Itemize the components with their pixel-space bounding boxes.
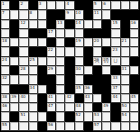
white-cell[interactable] [19, 122, 28, 131]
clue-number: 16 [131, 20, 136, 25]
black-cell [111, 112, 120, 121]
white-cell[interactable] [1, 85, 10, 94]
white-cell[interactable]: 35 [75, 85, 84, 94]
black-cell [29, 1, 38, 10]
white-cell[interactable] [10, 38, 19, 47]
black-cell [65, 85, 74, 94]
white-cell[interactable] [111, 38, 120, 47]
black-cell [102, 94, 111, 103]
clue-number: 1 [2, 1, 5, 6]
clue-number: 31 [122, 66, 127, 71]
clue-number: 28 [20, 66, 25, 71]
white-cell[interactable]: 12 [19, 20, 28, 29]
white-cell[interactable] [10, 57, 19, 66]
black-cell [111, 66, 120, 75]
crossword-grid: 1234567891011121314151617181920212223242… [0, 0, 140, 132]
clue-number: 19 [76, 38, 81, 43]
white-cell[interactable] [84, 112, 93, 121]
clue-number: 30 [76, 66, 81, 71]
black-cell [29, 47, 38, 56]
black-cell [47, 75, 56, 84]
white-cell[interactable]: 51 [19, 112, 28, 121]
black-cell [75, 1, 84, 10]
white-cell[interactable]: 10 [75, 10, 84, 19]
white-cell[interactable] [29, 103, 38, 112]
clue-number: 53 [94, 112, 99, 117]
black-cell [38, 29, 47, 38]
black-cell [102, 75, 111, 84]
white-cell[interactable] [38, 38, 47, 47]
black-cell [65, 38, 74, 47]
white-cell[interactable]: U [111, 57, 120, 66]
clue-number: 11 [94, 10, 99, 15]
white-cell[interactable] [19, 38, 28, 47]
pencil-letter: W [102, 57, 110, 65]
white-cell[interactable] [102, 122, 111, 131]
white-cell[interactable]: 25 [29, 57, 38, 66]
pencil-letter: U [111, 57, 119, 65]
clue-number: 35 [76, 85, 81, 90]
white-cell[interactable] [102, 38, 111, 47]
black-cell [84, 47, 93, 56]
white-cell[interactable] [56, 94, 65, 103]
clue-number: 56 [48, 122, 53, 127]
white-cell[interactable]: 7 [1, 10, 10, 19]
clue-number: 36 [85, 85, 90, 90]
clue-number: 52 [76, 112, 81, 117]
white-cell[interactable] [65, 29, 74, 38]
white-cell[interactable]: 48 [75, 103, 84, 112]
black-cell [65, 20, 74, 29]
white-cell[interactable] [38, 85, 47, 94]
white-cell[interactable] [111, 1, 120, 10]
white-cell[interactable]: 44 [111, 94, 120, 103]
clue-number: 33 [112, 75, 117, 80]
clue-number: 10 [76, 10, 81, 15]
white-cell[interactable]: 5 [93, 1, 102, 10]
white-cell[interactable] [75, 75, 84, 84]
black-cell [93, 29, 102, 38]
white-cell[interactable] [56, 122, 65, 131]
white-cell[interactable] [130, 1, 139, 10]
black-cell [38, 103, 47, 112]
white-cell[interactable]: 55 [1, 122, 10, 131]
black-cell [47, 85, 56, 94]
white-cell[interactable] [38, 112, 47, 121]
clue-number: 4 [66, 1, 69, 6]
white-cell[interactable]: 45 [130, 94, 139, 103]
white-cell[interactable]: 16 [130, 20, 139, 29]
white-cell[interactable]: 3 [38, 1, 47, 10]
black-cell [38, 94, 47, 103]
white-cell[interactable] [130, 29, 139, 38]
black-cell [121, 10, 130, 19]
white-cell[interactable] [10, 103, 19, 112]
white-cell[interactable] [130, 112, 139, 121]
white-cell[interactable]: 33 [111, 75, 120, 84]
clue-number: 12 [20, 20, 25, 25]
white-cell[interactable] [56, 57, 65, 66]
white-cell[interactable] [19, 10, 28, 19]
clue-number: 57 [94, 122, 99, 127]
white-cell[interactable]: 29 [47, 66, 56, 75]
black-cell [130, 57, 139, 66]
white-cell[interactable]: 24 [1, 57, 10, 66]
white-cell[interactable] [29, 94, 38, 103]
white-cell[interactable] [84, 66, 93, 75]
black-cell [47, 10, 56, 19]
black-cell [38, 66, 47, 75]
white-cell[interactable] [121, 47, 130, 56]
black-cell [47, 112, 56, 121]
white-cell[interactable]: 19 [75, 38, 84, 47]
white-cell[interactable] [29, 66, 38, 75]
white-cell[interactable] [65, 47, 74, 56]
clue-number: 55 [2, 122, 7, 127]
black-cell [130, 85, 139, 94]
clue-number: 18 [2, 38, 7, 43]
black-cell [38, 75, 47, 84]
black-cell [65, 66, 74, 75]
white-cell[interactable]: 54 [121, 112, 130, 121]
white-cell[interactable] [10, 75, 19, 84]
white-cell[interactable]: 37 [111, 85, 120, 94]
white-cell[interactable]: 38 [1, 94, 10, 103]
white-cell[interactable]: 42 [65, 94, 74, 103]
white-cell[interactable]: 52 [75, 112, 84, 121]
clue-number: 34 [30, 85, 35, 90]
white-cell[interactable] [75, 47, 84, 56]
clue-number: 24 [2, 57, 7, 62]
white-cell[interactable] [56, 103, 65, 112]
black-cell [65, 75, 74, 84]
white-cell[interactable]: 22 [47, 47, 56, 56]
black-cell [84, 10, 93, 19]
black-cell [93, 75, 102, 84]
white-cell[interactable] [102, 112, 111, 121]
white-cell[interactable]: 32 [1, 75, 10, 84]
white-cell[interactable] [47, 1, 56, 10]
white-cell[interactable] [121, 75, 130, 84]
white-cell[interactable]: 47 [47, 103, 56, 112]
black-cell [130, 10, 139, 19]
clue-number: 47 [48, 103, 53, 108]
white-cell[interactable] [47, 57, 56, 66]
white-cell[interactable] [56, 29, 65, 38]
white-cell[interactable]: 26A [93, 57, 102, 66]
black-cell [130, 75, 139, 84]
black-cell [47, 38, 56, 47]
white-cell[interactable] [38, 57, 47, 66]
clue-number: 51 [20, 112, 25, 117]
black-cell [56, 10, 65, 19]
black-cell [93, 66, 102, 75]
black-cell [121, 20, 130, 29]
white-cell[interactable] [65, 103, 74, 112]
white-cell[interactable]: 17 [47, 29, 56, 38]
clue-number: 23 [112, 47, 117, 52]
black-cell [10, 29, 19, 38]
white-cell[interactable]: 50 [121, 103, 130, 112]
clue-number: 22 [48, 47, 53, 52]
white-cell[interactable] [93, 20, 102, 29]
black-cell [38, 47, 47, 56]
white-cell[interactable] [29, 20, 38, 29]
white-cell[interactable] [130, 38, 139, 47]
white-cell[interactable]: 6 [102, 1, 111, 10]
white-cell[interactable] [121, 1, 130, 10]
clue-number: 44 [112, 94, 117, 99]
white-cell[interactable] [56, 112, 65, 121]
clue-number: 37 [112, 85, 117, 90]
clue-number: 46 [2, 103, 7, 108]
white-cell[interactable] [121, 94, 130, 103]
clue-number: 50 [122, 103, 127, 108]
clue-number: 7 [2, 10, 5, 15]
white-cell[interactable] [84, 20, 93, 29]
white-cell[interactable] [29, 112, 38, 121]
white-cell[interactable] [84, 38, 93, 47]
clue-number: 32 [2, 75, 7, 80]
white-cell[interactable] [121, 122, 130, 131]
white-cell[interactable] [29, 75, 38, 84]
white-cell[interactable] [56, 47, 65, 56]
white-cell[interactable] [56, 85, 65, 94]
white-cell[interactable]: 4 [65, 1, 74, 10]
white-cell[interactable] [1, 66, 10, 75]
black-cell [47, 20, 56, 29]
white-cell[interactable] [102, 10, 111, 19]
clue-number: 2 [20, 1, 23, 6]
black-cell [10, 20, 19, 29]
white-cell[interactable]: 36 [84, 85, 93, 94]
white-cell[interactable] [38, 10, 47, 19]
black-cell [111, 10, 120, 19]
white-cell[interactable] [111, 122, 120, 131]
white-cell[interactable]: 11 [93, 10, 102, 19]
white-cell[interactable] [19, 57, 28, 66]
clue-number: 6 [103, 1, 106, 6]
clue-number: 45 [131, 94, 136, 99]
white-cell[interactable] [19, 103, 28, 112]
white-cell[interactable]: 34 [29, 85, 38, 94]
white-cell[interactable] [56, 75, 65, 84]
black-cell [84, 75, 93, 84]
white-cell[interactable] [93, 94, 102, 103]
white-cell[interactable] [93, 47, 102, 56]
white-cell[interactable]: 14 [75, 20, 84, 29]
white-cell[interactable] [1, 112, 10, 121]
white-cell[interactable] [10, 122, 19, 131]
black-cell [84, 57, 93, 66]
white-cell[interactable] [130, 122, 139, 131]
white-cell[interactable] [19, 47, 28, 56]
white-cell[interactable] [75, 122, 84, 131]
black-cell [38, 122, 47, 131]
clue-number: 8 [30, 10, 33, 15]
black-cell [102, 85, 111, 94]
clue-number: 25 [30, 57, 35, 62]
black-cell [65, 57, 74, 66]
black-cell [93, 85, 102, 94]
white-cell[interactable] [130, 66, 139, 75]
white-cell[interactable] [56, 66, 65, 75]
white-cell[interactable]: 28 [19, 66, 28, 75]
white-cell[interactable]: 23 [111, 47, 120, 56]
white-cell[interactable]: 2 [19, 1, 28, 10]
clue-number: 43 [85, 94, 90, 99]
black-cell [102, 29, 111, 38]
clue-number: 42 [66, 94, 71, 99]
black-cell [10, 47, 19, 56]
clue-number: 54 [122, 112, 127, 117]
white-cell[interactable] [75, 57, 84, 66]
black-cell [19, 85, 28, 94]
clue-number: 15 [112, 20, 117, 25]
clue-number: 29 [48, 66, 53, 71]
white-cell[interactable] [10, 10, 19, 19]
clue-number: 9 [66, 10, 69, 15]
clue-number: 40 [20, 94, 25, 99]
white-cell[interactable]: 41 [47, 94, 56, 103]
white-cell[interactable] [38, 20, 47, 29]
pencil-letter: A [93, 57, 101, 65]
clue-number: 13 [57, 20, 62, 25]
black-cell [84, 29, 93, 38]
white-cell[interactable] [111, 29, 120, 38]
white-cell[interactable]: 46 [1, 103, 10, 112]
black-cell [10, 1, 19, 10]
clue-number: 49 [103, 103, 108, 108]
clue-number: 21 [122, 38, 127, 43]
black-cell [93, 103, 102, 112]
white-cell[interactable] [121, 85, 130, 94]
white-cell[interactable]: 53 [93, 112, 102, 121]
white-cell[interactable]: 9 [65, 10, 74, 19]
white-cell[interactable] [19, 29, 28, 38]
white-cell[interactable]: 27W [102, 57, 111, 66]
black-cell [29, 29, 38, 38]
white-cell[interactable] [56, 38, 65, 47]
white-cell[interactable]: 57 [93, 122, 102, 131]
white-cell[interactable]: 56 [47, 122, 56, 131]
clue-number: 41 [48, 94, 53, 99]
black-cell [102, 47, 111, 56]
white-cell[interactable]: 21 [121, 38, 130, 47]
white-cell[interactable]: 8 [29, 10, 38, 19]
clue-number: 14 [76, 20, 81, 25]
clue-number: 39 [11, 94, 16, 99]
clue-number: 38 [2, 94, 7, 99]
black-cell [111, 103, 120, 112]
white-cell[interactable] [102, 66, 111, 75]
black-cell [121, 29, 130, 38]
clue-number: 17 [48, 29, 53, 34]
white-cell[interactable] [130, 47, 139, 56]
white-cell[interactable]: 15 [111, 20, 120, 29]
black-cell [10, 85, 19, 94]
white-cell[interactable] [1, 20, 10, 29]
clue-number: 3 [39, 1, 42, 6]
white-cell[interactable] [130, 103, 139, 112]
white-cell[interactable] [19, 75, 28, 84]
white-cell[interactable] [29, 122, 38, 131]
black-cell [84, 1, 93, 10]
black-cell [10, 112, 19, 121]
white-cell[interactable]: 43 [84, 94, 93, 103]
white-cell[interactable] [65, 122, 74, 131]
black-cell [65, 112, 74, 121]
clue-number: 20 [94, 38, 99, 43]
white-cell[interactable]: 30 [75, 66, 84, 75]
white-cell[interactable] [84, 103, 93, 112]
white-cell[interactable]: 39 [10, 94, 19, 103]
white-cell[interactable]: 20 [93, 38, 102, 47]
black-cell [75, 94, 84, 103]
black-cell [102, 20, 111, 29]
white-cell[interactable]: 31 [121, 66, 130, 75]
white-cell[interactable]: 40 [19, 94, 28, 103]
white-cell[interactable]: 49 [102, 103, 111, 112]
white-cell[interactable] [121, 57, 130, 66]
clue-number: 5 [94, 1, 97, 6]
white-cell[interactable] [1, 47, 10, 56]
black-cell [84, 122, 93, 131]
white-cell[interactable] [1, 29, 10, 38]
white-cell[interactable]: 13 [56, 20, 65, 29]
white-cell[interactable] [29, 38, 38, 47]
clue-number: 48 [76, 103, 81, 108]
white-cell[interactable] [56, 1, 65, 10]
white-cell[interactable]: 1 [1, 1, 10, 10]
white-cell[interactable]: 18 [1, 38, 10, 47]
white-cell[interactable] [75, 29, 84, 38]
black-cell [10, 66, 19, 75]
